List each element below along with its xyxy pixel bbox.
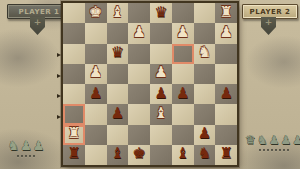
square-d7[interactable]: ♟ (128, 23, 150, 43)
player1-captured-pieces: ♞♟♟ (8, 139, 45, 152)
black-rook-h1[interactable]: ♜ (219, 146, 232, 161)
captured-white-pawn-icon: ♟ (292, 134, 300, 146)
frame-notch-icon (57, 53, 61, 57)
square-e2[interactable] (150, 125, 172, 145)
square-b7[interactable] (85, 23, 107, 43)
captured-white-pawn-icon: ♟ (280, 134, 291, 146)
square-h4[interactable]: ♟ (215, 84, 237, 104)
chess-board: ♚♝♛♜♟♟♟♛♞♟♟♟♟♟♟♟♝♜♟♜♝♚♝♞♜ (63, 3, 237, 165)
captured-black-pawn-icon: ♟ (20, 139, 32, 152)
black-bishop-f1[interactable]: ♝ (176, 146, 189, 161)
square-g6[interactable]: ♞ (194, 44, 216, 64)
square-e3[interactable]: ♝ (150, 104, 172, 124)
square-a8[interactable] (63, 3, 85, 23)
square-b8[interactable]: ♚ (85, 3, 107, 23)
square-b3[interactable] (85, 104, 107, 124)
square-e6[interactable] (150, 44, 172, 64)
captured-white-knight-icon: ♞ (257, 134, 268, 146)
player2-label: PLAYER 2 (250, 8, 291, 16)
white-knight-g6[interactable]: ♞ (198, 45, 211, 60)
white-king-b8[interactable]: ♚ (89, 5, 102, 20)
frame-notch-icon (57, 94, 61, 98)
black-pawn-h4[interactable]: ♟ (219, 86, 232, 101)
cross-icon: + (34, 17, 42, 28)
player2-pendant-icon: + (261, 17, 276, 35)
black-king-d1[interactable]: ♚ (132, 146, 145, 161)
square-e4[interactable]: ♟ (150, 84, 172, 104)
square-d4[interactable] (128, 84, 150, 104)
square-f2[interactable] (172, 125, 194, 145)
square-c1[interactable]: ♝ (107, 145, 129, 165)
white-bishop-e3[interactable]: ♝ (154, 106, 167, 121)
square-e1[interactable] (150, 145, 172, 165)
square-a6[interactable] (63, 44, 85, 64)
tray-stud-icon (17, 155, 19, 157)
black-pawn-g2[interactable]: ♟ (198, 126, 211, 141)
square-h6[interactable] (215, 44, 237, 64)
cross-icon: + (265, 17, 273, 28)
square-d2[interactable] (128, 125, 150, 145)
tray-stud-icon (275, 149, 277, 151)
square-h1[interactable]: ♜ (215, 145, 237, 165)
player2-banner[interactable]: PLAYER 2 (242, 4, 298, 19)
square-f3[interactable] (172, 104, 194, 124)
player2-captured-tray: ♛♞♟♟♟ (250, 134, 298, 151)
square-a3[interactable] (63, 104, 85, 124)
tray-stud-icon (271, 149, 273, 151)
square-c5[interactable] (107, 64, 129, 84)
white-rook-a2[interactable]: ♜ (67, 126, 80, 141)
tray-stud-icon (259, 149, 261, 151)
white-rook-h8[interactable]: ♜ (219, 5, 232, 20)
tray-stud-icon (25, 155, 27, 157)
square-b4[interactable]: ♟ (85, 84, 107, 104)
tray-stud-icon (267, 149, 269, 151)
square-g3[interactable] (194, 104, 216, 124)
tray-stud-icon (33, 155, 35, 157)
tray-stud-icon (21, 155, 23, 157)
black-rook-a1[interactable]: ♜ (67, 146, 80, 161)
white-pawn-e5[interactable]: ♟ (154, 65, 167, 80)
player2-captured-pieces: ♛♞♟♟♟ (245, 134, 300, 146)
square-c4[interactable] (107, 84, 129, 104)
square-a2[interactable]: ♜ (63, 125, 85, 145)
square-h5[interactable] (215, 64, 237, 84)
square-f7[interactable]: ♟ (172, 23, 194, 43)
black-pawn-e4[interactable]: ♟ (154, 86, 167, 101)
square-h8[interactable]: ♜ (215, 3, 237, 23)
square-g4[interactable] (194, 84, 216, 104)
square-h3[interactable] (215, 104, 237, 124)
tray-stud-icon (263, 149, 265, 151)
white-pawn-h7[interactable]: ♟ (219, 25, 232, 40)
frame-notch-icon (57, 115, 61, 119)
square-f4[interactable]: ♟ (172, 84, 194, 104)
square-b5[interactable]: ♟ (85, 64, 107, 84)
square-b6[interactable] (85, 44, 107, 64)
captured-black-pawn-icon: ♟ (33, 139, 45, 152)
square-d8[interactable] (128, 3, 150, 23)
white-pawn-d7[interactable]: ♟ (132, 25, 145, 40)
square-g2[interactable]: ♟ (194, 125, 216, 145)
black-queen-e8[interactable]: ♛ (154, 5, 167, 20)
black-pawn-f4[interactable]: ♟ (176, 86, 189, 101)
square-c6[interactable]: ♛ (107, 44, 129, 64)
player1-label: PLAYER 1 (19, 8, 60, 16)
player1-pendant-icon: + (30, 17, 45, 35)
captured-white-pawn-icon: ♟ (269, 134, 280, 146)
square-f5[interactable] (172, 64, 194, 84)
game-screen: PLAYER 1 + PLAYER 2 + ♚♝♛♜♟♟♟♛♞♟♟♟♟♟♟♟♝♜… (0, 0, 300, 169)
square-b1[interactable] (85, 145, 107, 165)
white-pawn-b5[interactable]: ♟ (89, 65, 102, 80)
square-e5[interactable]: ♟ (150, 64, 172, 84)
tray-stud-icon (283, 149, 285, 151)
square-d1[interactable]: ♚ (128, 145, 150, 165)
captured-black-knight-icon: ♞ (8, 139, 20, 152)
square-f6[interactable] (172, 44, 194, 64)
player1-banner[interactable]: PLAYER 1 (7, 4, 71, 19)
square-c7[interactable] (107, 23, 129, 43)
tray-stud-icon (29, 155, 31, 157)
white-bishop-c8[interactable]: ♝ (111, 5, 124, 20)
square-a5[interactable] (63, 64, 85, 84)
square-g8[interactable] (194, 3, 216, 23)
square-g5[interactable] (194, 64, 216, 84)
captured-white-queen-icon: ♛ (245, 134, 256, 146)
square-a1[interactable]: ♜ (63, 145, 85, 165)
square-c3[interactable]: ♟ (107, 104, 129, 124)
black-pawn-c3[interactable]: ♟ (111, 106, 124, 121)
player1-captured-tray: ♞♟♟ (3, 139, 49, 157)
player1-tray-dots (17, 155, 35, 157)
square-c2[interactable] (107, 125, 129, 145)
square-a7[interactable] (63, 23, 85, 43)
square-d5[interactable] (128, 64, 150, 84)
square-c8[interactable]: ♝ (107, 3, 129, 23)
black-pawn-b4[interactable]: ♟ (89, 86, 102, 101)
square-h7[interactable]: ♟ (215, 23, 237, 43)
tray-stud-icon (287, 149, 289, 151)
square-e7[interactable] (150, 23, 172, 43)
black-knight-g1[interactable]: ♞ (198, 146, 211, 161)
black-bishop-c1[interactable]: ♝ (111, 146, 124, 161)
square-f1[interactable]: ♝ (172, 145, 194, 165)
white-pawn-f7[interactable]: ♟ (176, 25, 189, 40)
square-h2[interactable] (215, 125, 237, 145)
square-g1[interactable]: ♞ (194, 145, 216, 165)
square-f8[interactable] (172, 3, 194, 23)
tray-stud-icon (279, 149, 281, 151)
player2-tray-dots (259, 149, 289, 151)
square-a4[interactable] (63, 84, 85, 104)
square-b2[interactable] (85, 125, 107, 145)
square-d3[interactable] (128, 104, 150, 124)
square-e8[interactable]: ♛ (150, 3, 172, 23)
square-g7[interactable] (194, 23, 216, 43)
frame-notch-icon (57, 74, 61, 78)
black-queen-c6[interactable]: ♛ (111, 45, 124, 60)
square-d6[interactable] (128, 44, 150, 64)
